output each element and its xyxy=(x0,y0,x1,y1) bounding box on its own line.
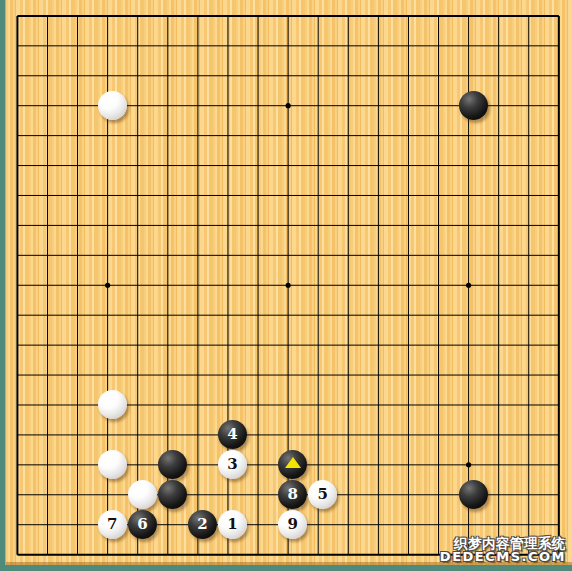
black-stone[interactable]: 2 xyxy=(188,510,217,539)
watermark-chinese-text: 织梦内容管理系统 xyxy=(440,536,566,550)
move-number: 4 xyxy=(227,427,237,442)
move-number: 2 xyxy=(197,517,207,532)
black-stone[interactable]: 6 xyxy=(128,510,157,539)
white-stone[interactable]: 1 xyxy=(218,510,247,539)
white-stone[interactable]: 3 xyxy=(218,450,247,479)
go-diagram-frame: 438576219 织梦内容管理系统 DEDECMS.COM xyxy=(0,0,572,571)
black-stone[interactable] xyxy=(459,91,488,120)
move-number: 6 xyxy=(137,517,147,532)
black-stone[interactable]: 8 xyxy=(278,480,307,509)
goban: 438576219 xyxy=(5,0,572,565)
white-stone[interactable] xyxy=(98,450,127,479)
watermark: 织梦内容管理系统 DEDECMS.COM xyxy=(440,536,566,564)
black-stone[interactable] xyxy=(278,450,307,479)
goban-grid[interactable]: 438576219 xyxy=(7,1,572,570)
black-stone[interactable] xyxy=(459,480,488,509)
black-stone[interactable]: 4 xyxy=(218,420,247,449)
white-stone[interactable]: 7 xyxy=(98,510,127,539)
black-stone[interactable] xyxy=(158,480,187,509)
move-number: 9 xyxy=(288,517,298,532)
move-number: 7 xyxy=(107,517,117,532)
move-number: 1 xyxy=(227,517,237,532)
black-stone[interactable] xyxy=(158,450,187,479)
white-stone[interactable] xyxy=(98,390,127,419)
watermark-domain-text: DEDECMS.COM xyxy=(440,550,566,564)
move-number: 5 xyxy=(318,487,328,502)
white-stone[interactable] xyxy=(128,480,157,509)
triangle-mark-icon xyxy=(285,457,301,468)
white-stone[interactable]: 5 xyxy=(308,480,337,509)
white-stone[interactable]: 9 xyxy=(278,510,307,539)
move-number: 3 xyxy=(227,457,237,472)
move-number: 8 xyxy=(288,487,298,502)
white-stone[interactable] xyxy=(98,91,127,120)
